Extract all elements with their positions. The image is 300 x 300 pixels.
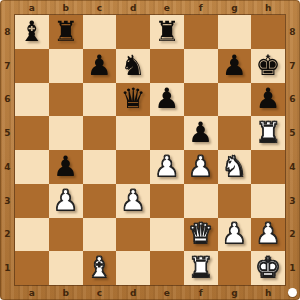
square-a6[interactable] bbox=[15, 83, 49, 117]
rank-label-left-3: 3 bbox=[0, 184, 15, 218]
square-c3[interactable] bbox=[83, 184, 117, 218]
square-b2[interactable] bbox=[49, 218, 83, 252]
rank-labels-right: 87654321 bbox=[285, 15, 300, 285]
file-label-top-f: f bbox=[184, 0, 218, 15]
square-a7[interactable] bbox=[15, 49, 49, 83]
file-label-top-c: c bbox=[83, 0, 117, 15]
black-rook[interactable]: ♜ bbox=[154, 18, 179, 46]
square-e6[interactable]: ♟ bbox=[150, 83, 184, 117]
square-d2[interactable] bbox=[116, 218, 150, 252]
square-e3[interactable] bbox=[150, 184, 184, 218]
square-b7[interactable] bbox=[49, 49, 83, 83]
square-c7[interactable]: ♟ bbox=[83, 49, 117, 83]
white-bishop[interactable]: ♝ bbox=[87, 254, 112, 282]
white-pawn[interactable]: ♟ bbox=[53, 187, 78, 215]
square-c1[interactable]: ♝ bbox=[83, 251, 117, 285]
rank-label-right-7: 7 bbox=[285, 49, 300, 83]
rank-label-left-6: 6 bbox=[0, 83, 15, 117]
file-labels-bottom: abcdefgh bbox=[15, 285, 285, 300]
rank-label-left-2: 2 bbox=[0, 218, 15, 252]
square-d3[interactable]: ♟ bbox=[116, 184, 150, 218]
square-g4[interactable]: ♞ bbox=[218, 150, 252, 184]
white-rook[interactable]: ♜ bbox=[188, 254, 213, 282]
black-pawn[interactable]: ♟ bbox=[222, 52, 247, 80]
rank-label-right-1: 1 bbox=[285, 251, 300, 285]
square-d4[interactable] bbox=[116, 150, 150, 184]
square-f4[interactable]: ♟ bbox=[184, 150, 218, 184]
square-e1[interactable] bbox=[150, 251, 184, 285]
white-knight[interactable]: ♞ bbox=[222, 153, 247, 181]
chess-board-frame: abcdefgh abcdefgh 87654321 87654321 ♝♜♜♟… bbox=[0, 0, 300, 300]
square-b6[interactable] bbox=[49, 83, 83, 117]
rank-label-left-1: 1 bbox=[0, 251, 15, 285]
square-d5[interactable] bbox=[116, 116, 150, 150]
square-g8[interactable] bbox=[218, 15, 252, 49]
square-b1[interactable] bbox=[49, 251, 83, 285]
square-e8[interactable]: ♜ bbox=[150, 15, 184, 49]
file-label-bottom-h: h bbox=[251, 285, 285, 300]
file-label-bottom-d: d bbox=[116, 285, 150, 300]
file-label-bottom-c: c bbox=[83, 285, 117, 300]
black-rook[interactable]: ♜ bbox=[53, 18, 78, 46]
file-label-bottom-f: f bbox=[184, 285, 218, 300]
rank-label-right-5: 5 bbox=[285, 116, 300, 150]
black-pawn[interactable]: ♟ bbox=[53, 153, 78, 181]
file-label-top-a: a bbox=[15, 0, 49, 15]
square-h3[interactable] bbox=[251, 184, 285, 218]
rank-label-right-3: 3 bbox=[285, 184, 300, 218]
square-e5[interactable] bbox=[150, 116, 184, 150]
square-a3[interactable] bbox=[15, 184, 49, 218]
white-pawn[interactable]: ♟ bbox=[222, 220, 247, 248]
square-f1[interactable]: ♜ bbox=[184, 251, 218, 285]
file-label-bottom-a: a bbox=[15, 285, 49, 300]
square-b5[interactable] bbox=[49, 116, 83, 150]
rank-label-right-6: 6 bbox=[285, 83, 300, 117]
square-a2[interactable] bbox=[15, 218, 49, 252]
black-pawn[interactable]: ♟ bbox=[256, 85, 281, 113]
rank-label-right-4: 4 bbox=[285, 150, 300, 184]
square-a1[interactable] bbox=[15, 251, 49, 285]
file-label-top-e: e bbox=[150, 0, 184, 15]
square-d1[interactable] bbox=[116, 251, 150, 285]
black-pawn[interactable]: ♟ bbox=[154, 85, 179, 113]
square-h2[interactable]: ♟ bbox=[251, 218, 285, 252]
file-label-bottom-b: b bbox=[49, 285, 83, 300]
white-king[interactable]: ♚ bbox=[256, 254, 281, 282]
square-f3[interactable] bbox=[184, 184, 218, 218]
white-pawn[interactable]: ♟ bbox=[121, 187, 146, 215]
rank-label-left-7: 7 bbox=[0, 49, 15, 83]
square-d8[interactable] bbox=[116, 15, 150, 49]
square-e7[interactable] bbox=[150, 49, 184, 83]
black-bishop[interactable]: ♝ bbox=[19, 18, 44, 46]
square-b3[interactable]: ♟ bbox=[49, 184, 83, 218]
square-f6[interactable] bbox=[184, 83, 218, 117]
square-g3[interactable] bbox=[218, 184, 252, 218]
side-to-move-indicator bbox=[288, 288, 297, 297]
rank-label-left-4: 4 bbox=[0, 150, 15, 184]
square-h7[interactable]: ♚ bbox=[251, 49, 285, 83]
square-g1[interactable] bbox=[218, 251, 252, 285]
square-c5[interactable] bbox=[83, 116, 117, 150]
black-queen[interactable]: ♛ bbox=[121, 85, 146, 113]
black-knight[interactable]: ♞ bbox=[121, 52, 146, 80]
rank-label-left-5: 5 bbox=[0, 116, 15, 150]
rank-labels-left: 87654321 bbox=[0, 15, 15, 285]
square-c6[interactable] bbox=[83, 83, 117, 117]
square-h6[interactable]: ♟ bbox=[251, 83, 285, 117]
rank-label-right-2: 2 bbox=[285, 218, 300, 252]
white-pawn[interactable]: ♟ bbox=[188, 153, 213, 181]
square-f5[interactable]: ♟ bbox=[184, 116, 218, 150]
black-pawn[interactable]: ♟ bbox=[188, 119, 213, 147]
square-c4[interactable] bbox=[83, 150, 117, 184]
square-h5[interactable]: ♜ bbox=[251, 116, 285, 150]
rank-label-right-8: 8 bbox=[285, 15, 300, 49]
rank-label-left-8: 8 bbox=[0, 15, 15, 49]
white-queen[interactable]: ♛ bbox=[188, 220, 213, 248]
file-label-top-h: h bbox=[251, 0, 285, 15]
black-pawn[interactable]: ♟ bbox=[87, 52, 112, 80]
square-a4[interactable] bbox=[15, 150, 49, 184]
file-label-top-g: g bbox=[218, 0, 252, 15]
square-b4[interactable]: ♟ bbox=[49, 150, 83, 184]
square-b8[interactable]: ♜ bbox=[49, 15, 83, 49]
white-pawn[interactable]: ♟ bbox=[256, 220, 281, 248]
file-label-top-b: b bbox=[49, 0, 83, 15]
square-a8[interactable]: ♝ bbox=[15, 15, 49, 49]
file-label-bottom-g: g bbox=[218, 285, 252, 300]
black-king[interactable]: ♚ bbox=[256, 52, 281, 80]
square-f2[interactable]: ♛ bbox=[184, 218, 218, 252]
board-grid: ♝♜♜♟♞♟♚♛♟♟♟♜♟♟♟♞♟♟♛♟♟♝♜♚ bbox=[15, 15, 285, 285]
square-h1[interactable]: ♚ bbox=[251, 251, 285, 285]
white-rook[interactable]: ♜ bbox=[256, 119, 281, 147]
square-e4[interactable]: ♟ bbox=[150, 150, 184, 184]
square-f8[interactable] bbox=[184, 15, 218, 49]
file-labels-top: abcdefgh bbox=[15, 0, 285, 15]
file-label-bottom-e: e bbox=[150, 285, 184, 300]
square-d6[interactable]: ♛ bbox=[116, 83, 150, 117]
square-g6[interactable] bbox=[218, 83, 252, 117]
square-e2[interactable] bbox=[150, 218, 184, 252]
square-f7[interactable] bbox=[184, 49, 218, 83]
square-g5[interactable] bbox=[218, 116, 252, 150]
file-label-top-d: d bbox=[116, 0, 150, 15]
square-d7[interactable]: ♞ bbox=[116, 49, 150, 83]
white-pawn[interactable]: ♟ bbox=[154, 153, 179, 181]
square-c8[interactable] bbox=[83, 15, 117, 49]
square-h8[interactable] bbox=[251, 15, 285, 49]
square-g7[interactable]: ♟ bbox=[218, 49, 252, 83]
square-g2[interactable]: ♟ bbox=[218, 218, 252, 252]
square-h4[interactable] bbox=[251, 150, 285, 184]
square-c2[interactable] bbox=[83, 218, 117, 252]
square-a5[interactable] bbox=[15, 116, 49, 150]
